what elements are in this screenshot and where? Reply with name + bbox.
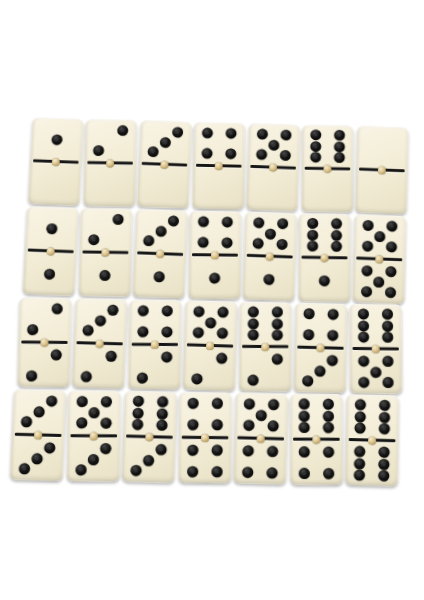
tile-bottom-half (233, 440, 287, 483)
pip (51, 134, 62, 145)
tile-bottom-half (78, 254, 131, 295)
pip (323, 410, 334, 421)
tile-bottom-half (122, 438, 176, 481)
domino-tile-6-5 (349, 304, 402, 394)
domino-tile-1-1 (22, 206, 78, 296)
pip (335, 130, 346, 141)
spinner-pin (95, 339, 103, 347)
spinner-pin (206, 341, 214, 349)
tile-bottom-half (345, 442, 398, 485)
pip (187, 398, 198, 409)
pip (242, 467, 253, 479)
pip (226, 149, 237, 160)
pip (130, 465, 142, 477)
spinner-pin (47, 247, 55, 255)
pip (46, 395, 58, 406)
pip (108, 304, 119, 315)
tile-top-half (123, 392, 177, 435)
tile-bottom-half (239, 349, 291, 391)
pip (247, 375, 258, 386)
domino-tile-2-0 (83, 119, 137, 206)
tile-bottom-half (298, 260, 350, 301)
pip (272, 307, 283, 318)
pip (277, 239, 288, 250)
pip (323, 422, 334, 433)
tile-bottom-half (23, 252, 77, 295)
pip (212, 445, 223, 456)
pip (99, 269, 110, 280)
pip (191, 373, 202, 384)
spinner-pin (40, 338, 48, 346)
tile-top-half (234, 393, 287, 436)
tile-bottom-half (128, 347, 181, 389)
pip (386, 242, 397, 253)
domino-tile-3-2 (72, 298, 128, 389)
pip (379, 458, 390, 470)
pip (247, 329, 258, 340)
pip (383, 377, 394, 388)
pip (197, 237, 208, 248)
spinner-pin (378, 166, 386, 174)
pip (272, 330, 283, 341)
pip (265, 228, 276, 239)
pip (303, 308, 314, 319)
pip (385, 287, 396, 298)
pip (82, 325, 93, 336)
pip (187, 466, 198, 477)
tile-top-half (302, 126, 354, 167)
tile-bottom-half (350, 351, 403, 393)
pip (379, 423, 390, 435)
pip (358, 355, 369, 366)
pip (298, 410, 309, 421)
pip (33, 406, 45, 417)
pip (380, 400, 391, 411)
tile-top-half (184, 301, 237, 343)
pip (268, 420, 279, 432)
pip (157, 396, 168, 407)
pip (354, 399, 365, 410)
tile-top-half (30, 118, 83, 160)
spinner-pin (101, 248, 109, 256)
tile-top-half (139, 121, 192, 163)
pip (192, 327, 203, 338)
pip (242, 445, 253, 457)
pip (253, 217, 264, 228)
pip (201, 127, 212, 138)
pip (162, 327, 173, 338)
pip (156, 444, 167, 456)
spinner-pin (160, 160, 168, 168)
pip (387, 221, 398, 232)
pip (187, 444, 198, 455)
domino-tile-5-2 (183, 300, 238, 391)
pip (222, 237, 233, 248)
pip (137, 305, 148, 316)
pip (379, 470, 390, 482)
pip (278, 218, 289, 229)
pip (298, 422, 309, 433)
tile-top-half (294, 303, 347, 345)
tile-top-half (193, 123, 245, 164)
pip (374, 231, 385, 242)
tile-bottom-half (352, 260, 405, 303)
pip (88, 454, 99, 465)
tile-bottom-half (67, 438, 120, 480)
pip (272, 353, 283, 364)
pip (44, 268, 56, 279)
pip (218, 306, 229, 317)
pip (382, 309, 393, 320)
pip (88, 234, 99, 245)
tile-bottom-half (301, 171, 353, 212)
tile-bottom-half (293, 349, 346, 392)
pip (80, 371, 91, 382)
pip (267, 467, 278, 479)
domino-tile-2-1 (78, 208, 132, 297)
spinner-pin (257, 434, 265, 442)
pip (354, 422, 365, 434)
pip (324, 468, 335, 479)
tile-bottom-half (355, 171, 407, 213)
pip (118, 125, 129, 136)
domino-tile-5-0 (246, 123, 300, 211)
pip (370, 366, 381, 377)
domino-tile-5-3 (67, 390, 121, 481)
spinner-pin (215, 162, 223, 170)
pip (310, 129, 321, 140)
pip (205, 317, 216, 328)
pip (212, 419, 223, 430)
pip (212, 466, 223, 477)
pip (93, 145, 104, 156)
pip (168, 215, 179, 226)
spinner-pin (266, 252, 274, 260)
pip (323, 399, 334, 410)
spinner-pin (320, 254, 328, 262)
pip (386, 266, 397, 277)
pip (323, 446, 334, 457)
pip (75, 464, 86, 475)
pip (298, 468, 309, 479)
pip (46, 223, 57, 234)
pip (382, 320, 393, 331)
pip (25, 370, 36, 381)
pip (332, 218, 343, 229)
spinner-pin (261, 342, 269, 350)
pip (272, 318, 283, 329)
pip (373, 276, 384, 287)
tile-top-half (74, 299, 128, 341)
pip (226, 128, 237, 139)
domino-row-2 (23, 207, 406, 304)
pip (147, 146, 158, 157)
pip (298, 399, 309, 410)
tile-top-half (80, 209, 133, 250)
pip (212, 398, 223, 409)
tile-top-half (85, 120, 137, 160)
pip (101, 418, 112, 429)
tile-bottom-half (83, 165, 135, 206)
pip (256, 409, 267, 420)
pip (268, 139, 279, 150)
pip (268, 399, 279, 410)
pip (383, 356, 394, 367)
pip (362, 220, 373, 231)
spinner-pin (211, 251, 219, 259)
pip (136, 373, 147, 384)
pip (217, 353, 228, 364)
tile-bottom-half (17, 345, 70, 387)
tile-bottom-half (132, 255, 186, 298)
pip (252, 238, 263, 249)
tile-bottom-half (137, 166, 190, 208)
domino-tile-6-0 (301, 125, 353, 212)
pip (354, 446, 365, 458)
spinner-pin (90, 432, 98, 440)
pip (256, 149, 267, 160)
pip (353, 458, 364, 470)
domino-tile-2-2 (17, 298, 71, 388)
tile-top-half (244, 212, 297, 254)
domino-tile-6-6 (345, 394, 399, 486)
pip (247, 318, 258, 329)
pip (307, 218, 318, 229)
pip (132, 395, 143, 406)
spinner-pin (156, 249, 164, 257)
pip (27, 324, 38, 335)
tile-bottom-half (192, 168, 244, 209)
pip (172, 127, 183, 138)
pip (361, 265, 372, 276)
pip (327, 355, 338, 366)
pip (197, 216, 208, 227)
pip (319, 275, 330, 286)
pip (379, 446, 390, 458)
spinner-pin (375, 255, 383, 263)
tile-bottom-half (183, 347, 236, 390)
pip (209, 272, 220, 283)
domino-tile-5-4 (233, 392, 288, 484)
spinner-pin (106, 159, 114, 167)
spinner-pin (201, 433, 209, 441)
domino-tile-5-1 (242, 212, 297, 302)
pip (310, 141, 321, 152)
pip (247, 306, 258, 317)
domino-tile-1-0 (28, 117, 84, 205)
pip (302, 375, 313, 386)
pip (95, 315, 106, 326)
pip (362, 241, 373, 252)
pip (160, 136, 171, 147)
pip (314, 365, 325, 376)
domino-tile-3-0 (137, 120, 192, 208)
pip (303, 329, 314, 340)
pip (217, 328, 228, 339)
tile-top-half (12, 390, 66, 433)
spinner-pin (312, 435, 320, 443)
pip (334, 141, 345, 152)
pip (51, 349, 62, 360)
pip (131, 419, 142, 431)
tile-top-half (248, 124, 301, 166)
domino-row-3 (17, 297, 402, 394)
pip (162, 351, 173, 362)
pip (307, 229, 318, 240)
domino-row-1 (28, 118, 408, 214)
domino-tile-4-1 (188, 211, 241, 300)
tile-top-half (349, 305, 401, 346)
domino-tile-4-2 (128, 300, 181, 390)
tile-top-half (290, 395, 343, 437)
pip (143, 235, 154, 246)
tile-top-half (299, 214, 351, 255)
pip (281, 129, 292, 140)
tile-top-half (134, 210, 187, 252)
domino-tile-6-3 (122, 391, 178, 483)
pip (360, 286, 371, 297)
pip (76, 396, 87, 407)
pip (193, 306, 204, 317)
pip (222, 216, 233, 227)
tile-bottom-half (10, 437, 64, 480)
pip (263, 273, 274, 284)
pip (76, 417, 87, 428)
pip (243, 398, 254, 409)
pip (157, 408, 168, 419)
domino-tile-3-1 (132, 209, 187, 299)
pip (143, 454, 155, 466)
spinner-pin (151, 340, 159, 348)
tile-bottom-half (290, 442, 343, 484)
spinner-pin (368, 436, 376, 444)
domino-tile-4-0 (192, 122, 245, 209)
tile-top-half (346, 395, 399, 438)
tile-bottom-half (246, 169, 299, 211)
pip (20, 416, 32, 428)
pip (256, 128, 267, 139)
tile-top-half (25, 207, 79, 249)
pip (243, 420, 254, 432)
pip (383, 332, 394, 343)
tile-top-half (18, 299, 71, 340)
pip (358, 331, 369, 342)
pip (201, 148, 212, 159)
pip (358, 377, 369, 388)
tile-top-half (356, 127, 408, 169)
photo-stage (0, 0, 424, 600)
tile-bottom-half (72, 345, 126, 388)
spinner-pin (323, 165, 331, 173)
spinner-pin (145, 432, 153, 440)
pip (113, 214, 124, 225)
pip (328, 309, 339, 320)
pip (328, 330, 339, 341)
pip (31, 453, 43, 465)
pip (137, 326, 148, 337)
pip (154, 271, 165, 282)
pip (52, 303, 63, 314)
pip (106, 350, 117, 361)
pip (157, 419, 168, 431)
pip (353, 469, 364, 481)
pip (132, 407, 143, 418)
domino-tile-4-4 (178, 392, 231, 483)
tile-top-half (129, 301, 182, 342)
pip (155, 225, 166, 236)
domino-tile-6-2 (239, 302, 291, 392)
pip (379, 411, 390, 422)
spinner-pin (316, 343, 324, 351)
pip (101, 443, 112, 454)
domino-tile-4-3 (293, 302, 347, 393)
domino-row-4 (10, 389, 398, 486)
tile-bottom-half (178, 440, 231, 482)
spinner-pin (34, 431, 42, 439)
pip (162, 305, 173, 316)
spinner-pin (269, 163, 277, 171)
domino-tile-6-1 (298, 213, 350, 302)
pip (280, 150, 291, 161)
tile-top-half (239, 303, 291, 344)
domino-tile-6-4 (290, 394, 343, 485)
pip (267, 446, 278, 458)
tile-bottom-half (188, 257, 240, 298)
tile-top-half (68, 391, 121, 433)
pip (44, 442, 56, 454)
tile-top-half (353, 215, 406, 257)
pip (88, 407, 99, 418)
pip (18, 463, 30, 475)
pip (357, 309, 368, 320)
pip (357, 320, 368, 331)
pip (354, 411, 365, 422)
domino-tile-5-5 (352, 214, 406, 304)
tile-top-half (179, 393, 232, 435)
tile-bottom-half (28, 163, 82, 205)
pip (101, 396, 112, 407)
spinner-pin (52, 157, 60, 165)
pip (332, 230, 343, 241)
domino-board (14, 119, 404, 488)
domino-tile-3-3 (10, 389, 66, 481)
tile-bottom-half (242, 258, 295, 301)
pip (331, 241, 342, 252)
pip (298, 446, 309, 457)
domino-tile-0-0 (355, 126, 408, 215)
pip (334, 152, 345, 163)
tile-top-half (189, 212, 241, 253)
spinner-pin (372, 345, 380, 353)
pip (310, 152, 321, 163)
pip (307, 240, 318, 251)
pip (187, 419, 198, 430)
